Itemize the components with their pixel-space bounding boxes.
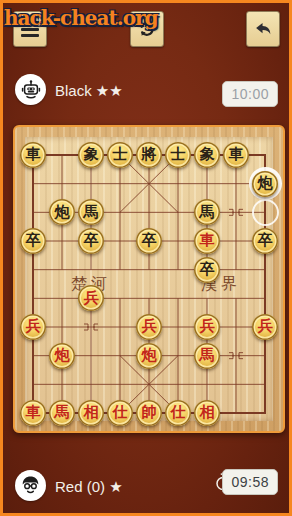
undo-arrow-icon <box>252 18 274 40</box>
board-point-r9c3[interactable]: 仕 <box>106 399 135 428</box>
board-point-r6c6[interactable]: 兵 <box>193 313 222 342</box>
board-point-r3c0[interactable]: 卒 <box>19 227 48 256</box>
piece-black-general[interactable]: 將 <box>136 142 162 168</box>
board-point-r9c2[interactable]: 相 <box>77 399 106 428</box>
board-point-r6c8[interactable]: 兵 <box>251 313 280 342</box>
robot-icon <box>19 78 43 102</box>
board-point-r3c4[interactable]: 卒 <box>135 227 164 256</box>
piece-black-soldier[interactable]: 卒 <box>136 228 162 254</box>
piece-black-soldier[interactable]: 卒 <box>252 228 278 254</box>
piece-black-chariot[interactable]: 車 <box>223 142 249 168</box>
xiangqi-board[interactable]: 楚河 漢界 炮車象士將士象車炮馬馬卒卒卒車卒卒兵兵兵兵兵炮炮馬車馬相仕帥仕相 <box>25 137 273 421</box>
board-point-r0c5[interactable]: 士 <box>164 141 193 170</box>
piece-red-cannon[interactable]: 炮 <box>49 343 75 369</box>
piece-red-horse[interactable]: 馬 <box>49 400 75 426</box>
piece-red-general[interactable]: 帥 <box>136 400 162 426</box>
piece-black-cannon[interactable]: 炮 <box>252 171 278 197</box>
piece-red-cannon[interactable]: 炮 <box>136 343 162 369</box>
piece-black-soldier[interactable]: 卒 <box>20 228 46 254</box>
piece-black-soldier[interactable]: 卒 <box>78 228 104 254</box>
last-move-from-marker <box>252 199 279 226</box>
board-point-r2c8[interactable] <box>251 198 280 227</box>
piece-black-elephant[interactable]: 象 <box>194 142 220 168</box>
red-player-stars: ★ <box>109 478 122 495</box>
piece-black-horse[interactable]: 馬 <box>194 199 220 225</box>
piece-red-elephant[interactable]: 相 <box>194 400 220 426</box>
board-point-r9c5[interactable]: 仕 <box>164 399 193 428</box>
piece-red-chariot[interactable]: 車 <box>194 228 220 254</box>
piece-black-soldier[interactable]: 卒 <box>194 257 220 283</box>
piece-red-elephant[interactable]: 相 <box>78 400 104 426</box>
board-point-r9c0[interactable]: 車 <box>19 399 48 428</box>
black-player-name: Black <box>55 82 92 99</box>
board-point-r2c2[interactable]: 馬 <box>77 198 106 227</box>
red-player-timer: 09:58 <box>222 469 278 495</box>
piece-red-soldier[interactable]: 兵 <box>194 314 220 340</box>
board-point-r6c4[interactable]: 兵 <box>135 313 164 342</box>
board-point-r2c1[interactable]: 炮 <box>48 198 77 227</box>
piece-red-advisor[interactable]: 仕 <box>165 400 191 426</box>
piece-red-advisor[interactable]: 仕 <box>107 400 133 426</box>
board-point-r0c4[interactable]: 將 <box>135 141 164 170</box>
board-point-r3c2[interactable]: 卒 <box>77 227 106 256</box>
board-point-r2c6[interactable]: 馬 <box>193 198 222 227</box>
board-point-r7c4[interactable]: 炮 <box>135 341 164 370</box>
black-player-timer: 10:00 <box>222 81 278 107</box>
board-point-r0c6[interactable]: 象 <box>193 141 222 170</box>
piece-red-soldier[interactable]: 兵 <box>252 314 278 340</box>
menu-button[interactable] <box>13 11 47 47</box>
board-point-r3c6[interactable]: 車 <box>193 227 222 256</box>
board-point-r9c6[interactable]: 相 <box>193 399 222 428</box>
refresh-icon <box>136 18 158 40</box>
piece-black-horse[interactable]: 馬 <box>78 199 104 225</box>
restart-button[interactable] <box>130 11 164 47</box>
board-point-r0c7[interactable]: 車 <box>222 141 251 170</box>
red-player-name: Red (0) <box>55 478 105 495</box>
person-icon <box>18 473 43 498</box>
piece-black-cannon[interactable]: 炮 <box>49 199 75 225</box>
board-point-r6c0[interactable]: 兵 <box>19 313 48 342</box>
piece-black-advisor[interactable]: 士 <box>107 142 133 168</box>
board-point-r9c4[interactable]: 帥 <box>135 399 164 428</box>
piece-red-soldier[interactable]: 兵 <box>20 314 46 340</box>
black-player-avatar <box>15 74 46 105</box>
hamburger-icon <box>21 21 39 37</box>
piece-red-chariot[interactable]: 車 <box>20 400 46 426</box>
piece-black-advisor[interactable]: 士 <box>165 142 191 168</box>
board-frame: 楚河 漢界 炮車象士將士象車炮馬馬卒卒卒車卒卒兵兵兵兵兵炮炮馬車馬相仕帥仕相 <box>13 125 285 433</box>
piece-red-soldier[interactable]: 兵 <box>136 314 162 340</box>
piece-black-chariot[interactable]: 車 <box>20 142 46 168</box>
board-point-r7c6[interactable]: 馬 <box>193 341 222 370</box>
black-player-stars: ★★ <box>96 82 123 99</box>
board-point-r3c8[interactable]: 卒 <box>251 227 280 256</box>
board-point-r7c1[interactable]: 炮 <box>48 341 77 370</box>
board-point-r4c6[interactable]: 卒 <box>193 255 222 284</box>
black-player-label: Black ★★ <box>55 82 123 100</box>
piece-red-horse[interactable]: 馬 <box>194 343 220 369</box>
board-point-r0c2[interactable]: 象 <box>77 141 106 170</box>
undo-button[interactable] <box>246 11 280 47</box>
board-point-r5c2[interactable]: 兵 <box>77 284 106 313</box>
xiangqi-app-screen: hack-cheat.org Black ★★ 10:00 <box>0 0 292 516</box>
board-point-r0c0[interactable]: 車 <box>19 141 48 170</box>
board-point-r9c1[interactable]: 馬 <box>48 399 77 428</box>
board-point-r1c8[interactable]: 炮 <box>251 169 280 198</box>
board-point-r0c3[interactable]: 士 <box>106 141 135 170</box>
red-player-avatar <box>15 470 46 501</box>
piece-black-elephant[interactable]: 象 <box>78 142 104 168</box>
piece-layer: 炮車象士將士象車炮馬馬卒卒卒車卒卒兵兵兵兵兵炮炮馬車馬相仕帥仕相 <box>19 141 280 428</box>
red-player-label: Red (0) ★ <box>55 478 123 496</box>
piece-red-soldier[interactable]: 兵 <box>78 285 104 311</box>
